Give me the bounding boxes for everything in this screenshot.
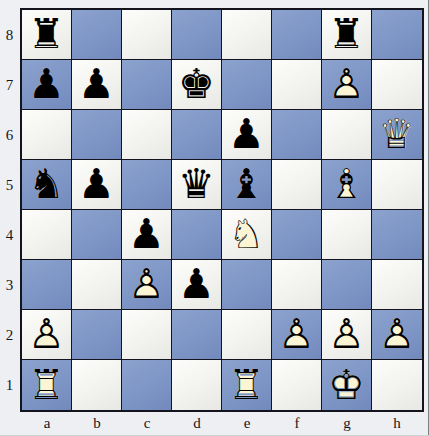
- square-b2[interactable]: [72, 310, 122, 360]
- black-pawn: ♟: [22, 60, 71, 109]
- chess-diagram: 87654321 ♜♜♟♟♚♟♙♟♛♕♞♟♛♝♝♗♟♞♘♟♙♟♟♙♟♙♟♙♟♙♜…: [0, 0, 429, 436]
- rank-label-7: 7: [0, 60, 19, 110]
- square-b5[interactable]: ♟: [72, 160, 122, 210]
- square-a6[interactable]: [22, 110, 72, 160]
- square-d7[interactable]: ♚: [172, 60, 222, 110]
- square-g8[interactable]: ♜: [322, 10, 372, 60]
- white-bishop: ♗: [322, 160, 371, 209]
- square-e5[interactable]: ♝: [222, 160, 272, 210]
- square-e3[interactable]: [222, 260, 272, 310]
- white-rook: ♖: [222, 360, 271, 410]
- square-b3[interactable]: [72, 260, 122, 310]
- white-queen: ♕: [372, 110, 422, 159]
- square-b7[interactable]: ♟: [72, 60, 122, 110]
- white-pawn: ♙: [22, 310, 71, 359]
- square-c2[interactable]: [122, 310, 172, 360]
- square-h5[interactable]: [372, 160, 422, 210]
- file-label-g: g: [322, 412, 372, 434]
- rank-label-6: 6: [0, 110, 19, 160]
- square-f4[interactable]: [272, 210, 322, 260]
- file-label-f: f: [272, 412, 322, 434]
- file-label-b: b: [72, 412, 122, 434]
- square-c3[interactable]: ♟♙: [122, 260, 172, 310]
- white-rook-fill: ♜: [222, 360, 271, 410]
- white-pawn: ♙: [372, 310, 422, 359]
- square-b1[interactable]: [72, 360, 122, 410]
- black-king: ♚: [172, 60, 221, 109]
- square-c5[interactable]: [122, 160, 172, 210]
- file-label-d: d: [172, 412, 222, 434]
- white-pawn-fill: ♟: [322, 310, 371, 359]
- square-f6[interactable]: [272, 110, 322, 160]
- square-a1[interactable]: ♜♖: [22, 360, 72, 410]
- white-pawn: ♙: [122, 260, 171, 309]
- square-d8[interactable]: [172, 10, 222, 60]
- black-rook: ♜: [22, 10, 71, 59]
- square-f3[interactable]: [272, 260, 322, 310]
- square-e2[interactable]: [222, 310, 272, 360]
- square-f1[interactable]: [272, 360, 322, 410]
- chess-board: ♜♜♟♟♚♟♙♟♛♕♞♟♛♝♝♗♟♞♘♟♙♟♟♙♟♙♟♙♟♙♜♖♜♖♚♔: [20, 8, 424, 412]
- white-knight-fill: ♞: [222, 210, 271, 259]
- black-pawn: ♟: [72, 60, 121, 109]
- rank-label-5: 5: [0, 160, 19, 210]
- white-bishop-fill: ♝: [322, 160, 371, 209]
- square-h4[interactable]: [372, 210, 422, 260]
- square-g4[interactable]: [322, 210, 372, 260]
- square-d5[interactable]: ♛: [172, 160, 222, 210]
- square-a4[interactable]: [22, 210, 72, 260]
- square-h2[interactable]: ♟♙: [372, 310, 422, 360]
- rank-label-4: 4: [0, 210, 19, 260]
- white-pawn: ♙: [322, 310, 371, 359]
- square-f8[interactable]: [272, 10, 322, 60]
- black-pawn: ♟: [172, 260, 221, 309]
- square-c1[interactable]: [122, 360, 172, 410]
- white-pawn-fill: ♟: [322, 60, 371, 109]
- white-pawn-fill: ♟: [22, 310, 71, 359]
- black-pawn: ♟: [122, 210, 171, 259]
- square-e6[interactable]: ♟: [222, 110, 272, 160]
- file-label-h: h: [372, 412, 422, 434]
- square-g5[interactable]: ♝♗: [322, 160, 372, 210]
- file-labels: abcdefgh: [22, 412, 422, 434]
- square-g7[interactable]: ♟♙: [322, 60, 372, 110]
- square-e8[interactable]: [222, 10, 272, 60]
- black-pawn: ♟: [72, 160, 121, 209]
- square-b4[interactable]: [72, 210, 122, 260]
- white-pawn-fill: ♟: [272, 310, 321, 359]
- square-d2[interactable]: [172, 310, 222, 360]
- rank-label-3: 3: [0, 260, 19, 310]
- white-pawn-fill: ♟: [372, 310, 422, 359]
- square-g1[interactable]: ♚♔: [322, 360, 372, 410]
- white-king: ♔: [322, 360, 371, 410]
- square-g6[interactable]: [322, 110, 372, 160]
- file-label-e: e: [222, 412, 272, 434]
- square-g2[interactable]: ♟♙: [322, 310, 372, 360]
- black-knight: ♞: [22, 160, 71, 209]
- white-rook-fill: ♜: [22, 360, 71, 410]
- file-label-a: a: [22, 412, 72, 434]
- square-h7[interactable]: [372, 60, 422, 110]
- square-c4[interactable]: ♟: [122, 210, 172, 260]
- rank-labels: 87654321: [0, 10, 19, 410]
- square-h8[interactable]: [372, 10, 422, 60]
- square-f5[interactable]: [272, 160, 322, 210]
- rank-label-8: 8: [0, 10, 19, 60]
- square-d3[interactable]: ♟: [172, 260, 222, 310]
- rank-label-2: 2: [0, 310, 19, 360]
- square-e1[interactable]: ♜♖: [222, 360, 272, 410]
- square-d1[interactable]: [172, 360, 222, 410]
- white-rook: ♖: [22, 360, 71, 410]
- black-rook: ♜: [322, 10, 371, 59]
- square-d4[interactable]: [172, 210, 222, 260]
- square-b6[interactable]: [72, 110, 122, 160]
- square-a2[interactable]: ♟♙: [22, 310, 72, 360]
- black-queen: ♛: [172, 160, 221, 209]
- square-e7[interactable]: [222, 60, 272, 110]
- rank-label-1: 1: [0, 360, 19, 410]
- square-f7[interactable]: [272, 60, 322, 110]
- square-d6[interactable]: [172, 110, 222, 160]
- white-knight: ♘: [222, 210, 271, 259]
- square-h3[interactable]: [372, 260, 422, 310]
- square-h6[interactable]: ♛♕: [372, 110, 422, 160]
- black-pawn: ♟: [222, 110, 271, 159]
- square-c6[interactable]: [122, 110, 172, 160]
- square-h1[interactable]: [372, 360, 422, 410]
- square-c7[interactable]: [122, 60, 172, 110]
- white-pawn-fill: ♟: [122, 260, 171, 309]
- square-f2[interactable]: ♟♙: [272, 310, 322, 360]
- white-pawn: ♙: [322, 60, 371, 109]
- square-a3[interactable]: [22, 260, 72, 310]
- white-queen-fill: ♛: [372, 110, 422, 159]
- square-b8[interactable]: [72, 10, 122, 60]
- file-label-c: c: [122, 412, 172, 434]
- square-g3[interactable]: [322, 260, 372, 310]
- white-pawn: ♙: [272, 310, 321, 359]
- white-king-fill: ♚: [322, 360, 371, 410]
- square-c8[interactable]: [122, 10, 172, 60]
- square-e4[interactable]: ♞♘: [222, 210, 272, 260]
- square-a7[interactable]: ♟: [22, 60, 72, 110]
- square-a5[interactable]: ♞: [22, 160, 72, 210]
- square-a8[interactable]: ♜: [22, 10, 72, 60]
- black-bishop: ♝: [222, 160, 271, 209]
